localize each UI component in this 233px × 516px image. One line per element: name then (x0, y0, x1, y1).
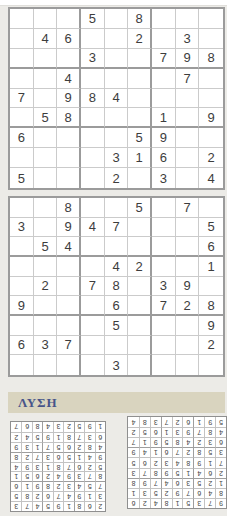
puzzle1-cell[interactable]: 4 (105, 89, 129, 109)
puzzle2-cell[interactable] (34, 257, 58, 277)
puzzle2-cell[interactable] (128, 355, 152, 375)
puzzle2-cell[interactable] (176, 336, 200, 356)
solution2-cell: 3 (21, 442, 31, 452)
puzzle2-cell[interactable] (152, 237, 176, 257)
puzzle2-cell[interactable]: 3 (34, 336, 58, 356)
puzzle1-cell[interactable]: 2 (199, 148, 223, 168)
solution1-cell: 6 (172, 478, 183, 488)
puzzle1-cell[interactable] (81, 148, 105, 168)
puzzle2-cell[interactable]: 9 (10, 296, 34, 316)
puzzle1-cell[interactable] (81, 128, 105, 148)
puzzle2-cell[interactable] (152, 355, 176, 375)
puzzle1-cell[interactable]: 5 (128, 128, 152, 148)
solution2-cell: 6 (11, 481, 21, 491)
solution2-cell: 7 (74, 432, 84, 442)
solution2-cell: 2 (11, 432, 21, 442)
puzzle1-cell[interactable]: 9 (199, 108, 223, 128)
solution1-cell: 1 (215, 478, 226, 488)
solution2-cell: 8 (42, 481, 52, 491)
puzzle1-cell[interactable] (199, 9, 223, 29)
solution1-cell: 2 (139, 498, 150, 508)
puzzle1-cell[interactable]: 6 (152, 148, 176, 168)
solution2-cell: 4 (42, 422, 52, 432)
puzzle1-cell[interactable] (34, 49, 58, 69)
puzzle1-cell[interactable] (105, 9, 129, 29)
solution2-cell: 8 (63, 432, 73, 442)
puzzle2-cell[interactable]: 2 (199, 336, 223, 356)
solution1-cell: 8 (204, 427, 215, 437)
solution2-cell: 6 (21, 422, 31, 432)
puzzle2-cell[interactable] (199, 198, 223, 218)
puzzle2-cell[interactable]: 9 (57, 218, 81, 238)
solution1-cell: 5 (204, 447, 215, 457)
solution2-cell: 6 (63, 442, 73, 452)
puzzle1-cell[interactable] (199, 128, 223, 148)
puzzle2-cell[interactable] (10, 257, 34, 277)
solution2-cell: 6 (74, 462, 84, 472)
puzzle2-cell[interactable]: 2 (34, 277, 58, 297)
solution2-cell: 8 (84, 442, 94, 452)
puzzle1-cell[interactable] (128, 69, 152, 89)
puzzle2-cell[interactable] (81, 198, 105, 218)
solution1-cell: 1 (128, 488, 139, 498)
solution1-cell: 7 (128, 437, 139, 447)
puzzle2-cell[interactable] (81, 336, 105, 356)
puzzle1-cell[interactable] (152, 69, 176, 89)
puzzle1-cell[interactable]: 3 (152, 168, 176, 188)
solution1-cell: 1 (161, 427, 172, 437)
solution2-cell: 3 (42, 452, 52, 462)
puzzle1-cell[interactable] (10, 108, 34, 128)
puzzle1-cell[interactable]: 7 (10, 89, 34, 109)
puzzle2-cell[interactable]: 6 (199, 237, 223, 257)
solution1-cell: 2 (161, 488, 172, 498)
puzzle1-cell[interactable]: 8 (57, 108, 81, 128)
solution2-cell: 4 (63, 491, 73, 501)
solution2-cell: 4 (95, 442, 105, 452)
solution1-cell: 8 (172, 437, 183, 447)
puzzle1-cell[interactable] (10, 148, 34, 168)
solution1-cell: 7 (193, 427, 204, 437)
solution2-cell: 2 (42, 471, 52, 481)
puzzle2-cell[interactable] (57, 277, 81, 297)
puzzle2-cell[interactable]: 3 (105, 355, 129, 375)
puzzle1-cell[interactable]: 5 (81, 9, 105, 29)
puzzle2-cell[interactable] (199, 355, 223, 375)
puzzle2-cell[interactable]: 8 (105, 277, 129, 297)
puzzle2-cell[interactable] (128, 296, 152, 316)
solution2-cell: 2 (74, 442, 84, 452)
solution2-cell: 9 (53, 501, 63, 511)
puzzle1-cell[interactable]: 4 (57, 69, 81, 89)
puzzle1-cell[interactable]: 8 (128, 9, 152, 29)
solution2-cell: 7 (95, 481, 105, 491)
puzzle2-cell[interactable] (152, 316, 176, 336)
solution2-cell: 8 (11, 452, 21, 462)
puzzle1-cell[interactable]: 3 (105, 148, 129, 168)
puzzle1-cell[interactable] (81, 69, 105, 89)
solution2-cell: 2 (84, 462, 94, 472)
solution1-cell: 3 (172, 427, 183, 437)
solution2-cell: 2 (32, 491, 42, 501)
puzzle2-cell[interactable] (152, 257, 176, 277)
solution1-cell: 4 (139, 447, 150, 457)
puzzle2-cell[interactable] (57, 316, 81, 336)
puzzle1-cell[interactable] (176, 9, 200, 29)
puzzle2-cell[interactable] (81, 316, 105, 336)
solution-grid-right: 9735184268467925311253647982641598737198… (127, 416, 227, 509)
puzzle1-cell[interactable] (176, 89, 200, 109)
puzzle2-cell[interactable] (10, 355, 34, 375)
puzzle2-cell[interactable] (176, 218, 200, 238)
puzzle1-cell[interactable] (34, 9, 58, 29)
puzzle2-cell[interactable]: 2 (128, 257, 152, 277)
puzzle2-cell[interactable] (81, 237, 105, 257)
solution1-cell: 3 (193, 498, 204, 508)
puzzle2-cell[interactable]: 5 (34, 237, 58, 257)
solution1-cell: 2 (150, 457, 161, 467)
solution1-cell: 1 (172, 498, 183, 508)
puzzle2-cell[interactable]: 5 (105, 316, 129, 336)
solution2-cell: 7 (63, 462, 73, 472)
puzzle2-cell[interactable] (10, 198, 34, 218)
puzzle1-cell[interactable] (34, 69, 58, 89)
solution1-cell: 4 (128, 417, 139, 427)
puzzle2-cell[interactable]: 7 (105, 218, 129, 238)
solution1-cell: 9 (215, 498, 226, 508)
solution1-cell: 9 (128, 447, 139, 457)
puzzle2-cell[interactable]: 7 (176, 198, 200, 218)
puzzle1-cell[interactable] (10, 29, 34, 49)
puzzle2-cell[interactable] (128, 237, 152, 257)
puzzle1-cell[interactable] (10, 49, 34, 69)
puzzle1-cell[interactable] (128, 108, 152, 128)
solution1-cell: 8 (150, 468, 161, 478)
solution1-cell: 2 (204, 478, 215, 488)
puzzle2-cell[interactable] (81, 355, 105, 375)
puzzle2-cell[interactable]: 4 (81, 218, 105, 238)
solution2-cell: 2 (95, 501, 105, 511)
solution1-cell: 6 (193, 488, 204, 498)
puzzle1-cell[interactable] (81, 168, 105, 188)
solution1-cell: 3 (139, 488, 150, 498)
solution2-cell: 6 (95, 432, 105, 442)
solution2-cell: 9 (42, 432, 52, 442)
solution1-cell: 8 (161, 498, 172, 508)
solution2-cell: 3 (95, 491, 105, 501)
solution1-cell: 9 (204, 417, 215, 427)
solution1-cell: 7 (139, 468, 150, 478)
solution2-cell: 3 (74, 471, 84, 481)
puzzle2-cell[interactable] (34, 316, 58, 336)
puzzle-grid-bottom: 8573947554642127839967285963723 (8, 196, 225, 377)
puzzle2-cell[interactable] (10, 237, 34, 257)
solution1-cell: 2 (193, 437, 204, 447)
puzzle2-cell[interactable]: 6 (10, 336, 34, 356)
solution1-cell: 1 (193, 417, 204, 427)
puzzle1-cell[interactable] (152, 89, 176, 109)
solution1-cell: 3 (215, 447, 226, 457)
solution1-cell: 4 (172, 457, 183, 467)
puzzle1-cell[interactable] (176, 168, 200, 188)
puzzle1-cell[interactable]: 2 (128, 29, 152, 49)
solution2-cell: 5 (95, 462, 105, 472)
puzzle1-cell[interactable]: 9 (176, 49, 200, 69)
solution1-cell: 7 (204, 498, 215, 508)
puzzle1-cell[interactable]: 5 (10, 168, 34, 188)
solution1-cell: 4 (182, 437, 193, 447)
solution2-cell: 9 (32, 481, 42, 491)
solution1-cell: 3 (161, 457, 172, 467)
solution2-cell: 4 (11, 462, 21, 472)
puzzle1-cell[interactable] (57, 49, 81, 69)
puzzle1-cell[interactable]: 7 (176, 69, 200, 89)
puzzle2-cell[interactable]: 1 (199, 257, 223, 277)
puzzle1-cell[interactable]: 7 (152, 49, 176, 69)
puzzle2-cell[interactable]: 7 (152, 296, 176, 316)
solution2-cell: 2 (63, 422, 73, 432)
puzzle2-cell[interactable] (176, 355, 200, 375)
solution2-cell: 5 (11, 491, 21, 501)
puzzle1-cell[interactable] (199, 29, 223, 49)
solution2-cell: 5 (32, 432, 42, 442)
puzzle2-cell[interactable] (10, 277, 34, 297)
solution2-cell: 5 (84, 481, 94, 491)
puzzle2-cell[interactable] (81, 257, 105, 277)
puzzle1-cell[interactable]: 1 (152, 108, 176, 128)
puzzle1-cell[interactable] (10, 9, 34, 29)
solution2-cell: 9 (21, 462, 31, 472)
puzzle1-cell[interactable]: 8 (81, 89, 105, 109)
solution2-cell: 7 (84, 471, 94, 481)
puzzle1-cell[interactable] (128, 49, 152, 69)
solution1-cell: 5 (182, 498, 193, 508)
puzzle2-cell[interactable] (105, 198, 129, 218)
puzzle2-cell[interactable] (152, 336, 176, 356)
solution2-cell: 9 (11, 442, 21, 452)
puzzle1-cell[interactable] (176, 128, 200, 148)
puzzle2-cell[interactable] (57, 257, 81, 277)
puzzle1-cell[interactable] (81, 108, 105, 128)
puzzle2-cell[interactable]: 7 (81, 277, 105, 297)
puzzle2-cell[interactable]: 5 (199, 218, 223, 238)
puzzle1-cell[interactable] (199, 89, 223, 109)
solution2-cell: 1 (32, 442, 42, 452)
solution2-cell: 1 (21, 481, 31, 491)
solution1-cell: 9 (150, 437, 161, 447)
puzzle1-cell[interactable]: 6 (10, 128, 34, 148)
solution1-cell: 5 (150, 488, 161, 498)
puzzle1-cell[interactable] (34, 128, 58, 148)
solution2-cell: 4 (74, 481, 84, 491)
solution1-cell: 8 (128, 478, 139, 488)
puzzle2-cell[interactable] (57, 355, 81, 375)
puzzle2-cell[interactable] (34, 355, 58, 375)
solution2-cell: 7 (42, 442, 52, 452)
solution2-cell: 1 (95, 422, 105, 432)
solution1-cell: 7 (215, 457, 226, 467)
solution1-cell: 3 (204, 437, 215, 447)
puzzle1-cell[interactable] (105, 108, 129, 128)
puzzle2-cell[interactable] (105, 237, 129, 257)
puzzle1-cell[interactable]: 2 (105, 168, 129, 188)
puzzle1-cell[interactable]: 9 (152, 128, 176, 148)
puzzle2-cell[interactable]: 5 (128, 198, 152, 218)
solution2-cell: 4 (84, 452, 94, 462)
solution1-cell: 7 (150, 478, 161, 488)
solution2-cell: 8 (53, 462, 63, 472)
puzzle2-cell[interactable]: 9 (199, 316, 223, 336)
puzzle1-cell[interactable] (81, 29, 105, 49)
solution2-cell: 6 (84, 501, 94, 511)
solution1-cell: 1 (150, 447, 161, 457)
solution1-cell: 4 (161, 478, 172, 488)
puzzle1-cell[interactable]: 8 (199, 49, 223, 69)
solution2-cell: 1 (42, 462, 52, 472)
puzzle1-cell[interactable]: 6 (57, 29, 81, 49)
solution1-cell: 9 (182, 427, 193, 437)
puzzle1-cell[interactable]: 1 (128, 148, 152, 168)
puzzle1-cell[interactable]: 9 (57, 89, 81, 109)
puzzle2-cell[interactable] (128, 218, 152, 238)
solution1-cell: 8 (215, 488, 226, 498)
solution2-cell: 1 (74, 452, 84, 462)
puzzle1-cell[interactable] (34, 89, 58, 109)
puzzle1-cell[interactable]: 4 (34, 29, 58, 49)
puzzle2-cell[interactable] (176, 237, 200, 257)
puzzle2-cell[interactable]: 4 (57, 237, 81, 257)
puzzle1-cell[interactable] (34, 168, 58, 188)
puzzle2-cell[interactable] (199, 277, 223, 297)
solution1-cell: 4 (150, 498, 161, 508)
puzzle2-cell[interactable] (128, 336, 152, 356)
solution2-cell: 9 (63, 471, 73, 481)
puzzle2-cell[interactable] (128, 277, 152, 297)
puzzle2-cell[interactable] (34, 198, 58, 218)
puzzle2-cell[interactable]: 3 (152, 277, 176, 297)
solution2-cell: 8 (95, 471, 105, 481)
solution1-cell: 4 (204, 488, 215, 498)
solution2-cell: 5 (42, 501, 52, 511)
puzzle1-cell[interactable] (57, 9, 81, 29)
puzzle1-cell[interactable] (57, 128, 81, 148)
solution2-cell: 6 (42, 491, 52, 501)
puzzle1-cell[interactable]: 4 (199, 168, 223, 188)
solution-heading: ΛΥΣΗ (18, 395, 58, 411)
solution1-cell: 5 (161, 437, 172, 447)
puzzle2-cell[interactable]: 6 (105, 296, 129, 316)
puzzle2-cell[interactable] (176, 316, 200, 336)
solution1-cell: 3 (128, 468, 139, 478)
solution1-cell: 7 (172, 447, 183, 457)
puzzle2-cell[interactable]: 2 (176, 296, 200, 316)
puzzle1-cell[interactable]: 3 (176, 29, 200, 49)
solution2-cell: 4 (21, 432, 31, 442)
puzzle1-cell[interactable] (105, 69, 129, 89)
puzzle1-cell[interactable] (128, 168, 152, 188)
solution-grid-left: 2681954733194762857543289168739426515267… (10, 421, 106, 512)
puzzle2-cell[interactable] (10, 316, 34, 336)
puzzle2-cell[interactable] (34, 218, 58, 238)
solution2-cell: 9 (84, 422, 94, 432)
solution2-cell: 3 (84, 432, 94, 442)
puzzle1-cell[interactable] (152, 9, 176, 29)
puzzle1-cell[interactable] (57, 168, 81, 188)
puzzle1-cell[interactable]: 3 (81, 49, 105, 69)
puzzle1-cell[interactable] (57, 148, 81, 168)
puzzle1-cell[interactable] (105, 128, 129, 148)
puzzle2-cell[interactable] (105, 336, 129, 356)
puzzle1-cell[interactable] (105, 29, 129, 49)
puzzle1-cell[interactable]: 5 (34, 108, 58, 128)
solution2-cell: 2 (21, 452, 31, 462)
solution2-cell: 1 (84, 491, 94, 501)
solution1-cell: 2 (172, 417, 183, 427)
solution2-cell: 8 (74, 501, 84, 511)
puzzle1-cell[interactable] (199, 69, 223, 89)
puzzle2-cell[interactable] (176, 257, 200, 277)
solution2-cell: 8 (32, 422, 42, 432)
solution2-cell: 2 (53, 481, 63, 491)
solution1-cell: 5 (215, 417, 226, 427)
puzzle2-cell[interactable]: 4 (105, 257, 129, 277)
puzzle1-cell[interactable] (34, 148, 58, 168)
solution2-cell: 3 (53, 422, 63, 432)
puzzle2-cell[interactable]: 8 (57, 198, 81, 218)
puzzle2-cell[interactable]: 3 (10, 218, 34, 238)
solution2-cell: 8 (21, 491, 31, 501)
solution2-cell: 9 (74, 491, 84, 501)
puzzle1-cell[interactable] (176, 108, 200, 128)
solution2-cell: 1 (53, 432, 63, 442)
puzzle1-cell[interactable] (128, 89, 152, 109)
solution2-cell: 4 (53, 471, 63, 481)
solution2-cell: 7 (21, 501, 31, 511)
solution1-cell: 7 (161, 417, 172, 427)
puzzle2-cell[interactable] (152, 218, 176, 238)
puzzle2-cell[interactable] (57, 296, 81, 316)
puzzle1-cell[interactable] (152, 29, 176, 49)
solution2-cell: 6 (53, 452, 63, 462)
puzzle1-cell[interactable] (105, 49, 129, 69)
solution1-cell: 1 (182, 468, 193, 478)
puzzle2-cell[interactable] (152, 198, 176, 218)
solution1-cell: 4 (193, 468, 204, 478)
solution1-cell: 8 (182, 457, 193, 467)
solution1-cell: 4 (215, 427, 226, 437)
solution1-cell: 1 (204, 457, 215, 467)
puzzle2-cell[interactable] (128, 316, 152, 336)
puzzle2-cell[interactable]: 7 (57, 336, 81, 356)
puzzle2-cell[interactable] (81, 296, 105, 316)
solution1-cell: 2 (182, 447, 193, 457)
puzzle1-cell[interactable] (10, 69, 34, 89)
puzzle2-cell[interactable]: 8 (199, 296, 223, 316)
solution1-cell: 3 (182, 478, 193, 488)
solution1-cell: 8 (193, 447, 204, 457)
solution2-cell: 5 (63, 452, 73, 462)
solution2-cell: 3 (63, 481, 73, 491)
solution1-cell: 3 (150, 417, 161, 427)
solution2-cell: 7 (32, 452, 42, 462)
puzzle2-cell[interactable] (34, 296, 58, 316)
solution-heading-banner: ΛΥΣΗ (8, 392, 225, 413)
puzzle2-cell[interactable]: 9 (176, 277, 200, 297)
solution1-cell: 2 (128, 427, 139, 437)
puzzle1-cell[interactable] (176, 148, 200, 168)
solution2-cell: 1 (11, 471, 21, 481)
solution1-cell: 6 (215, 437, 226, 447)
